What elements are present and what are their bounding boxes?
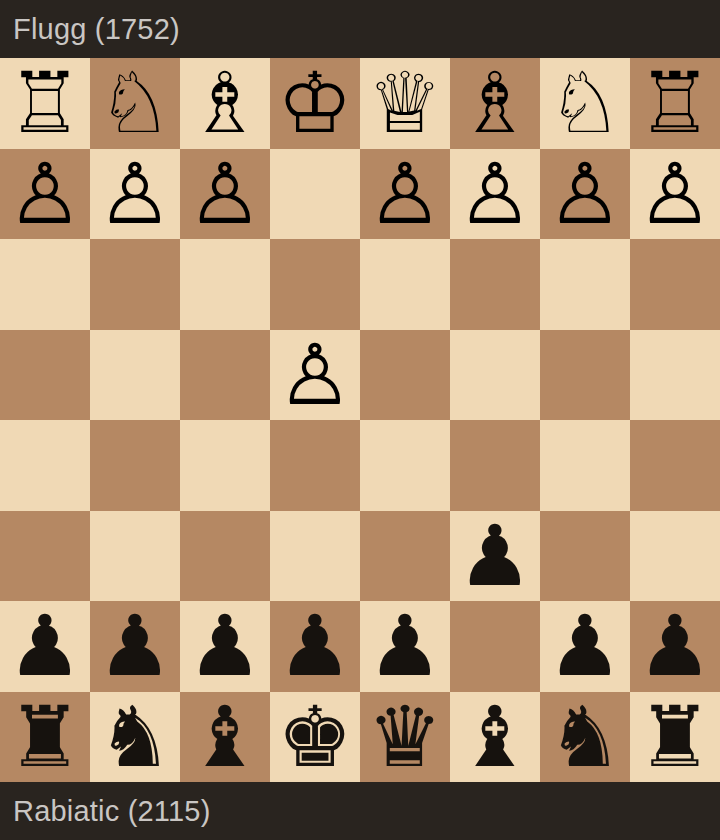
square-g2[interactable]: ♙︎ — [90, 149, 180, 240]
square-d2[interactable]: ♙︎ — [360, 149, 450, 240]
white-queen[interactable]: ♕︎ — [360, 58, 450, 149]
black-bishop[interactable]: ♝︎ — [450, 692, 540, 783]
square-h2[interactable]: ♙︎ — [0, 149, 90, 240]
white-knight[interactable]: ♘︎ — [90, 58, 180, 149]
square-d5[interactable] — [360, 420, 450, 511]
square-g1[interactable]: ♘︎ — [90, 58, 180, 149]
black-pawn[interactable]: ♟︎ — [630, 601, 720, 692]
square-g4[interactable] — [90, 330, 180, 421]
square-d7[interactable]: ♟︎ — [360, 601, 450, 692]
square-a8[interactable]: ♜︎ — [630, 692, 720, 783]
square-f7[interactable]: ♟︎ — [180, 601, 270, 692]
black-rook[interactable]: ♜︎ — [630, 692, 720, 783]
white-pawn[interactable]: ♙︎ — [540, 149, 630, 240]
white-bishop[interactable]: ♗︎ — [180, 58, 270, 149]
square-b4[interactable] — [540, 330, 630, 421]
square-h3[interactable] — [0, 239, 90, 330]
square-a1[interactable]: ♖︎ — [630, 58, 720, 149]
square-e1[interactable]: ♔︎ — [270, 58, 360, 149]
square-f8[interactable]: ♝︎ — [180, 692, 270, 783]
white-knight[interactable]: ♘︎ — [540, 58, 630, 149]
white-king[interactable]: ♔︎ — [270, 58, 360, 149]
top-player-bar: Flugg (1752) — [0, 0, 720, 58]
white-pawn[interactable]: ♙︎ — [90, 149, 180, 240]
square-e3[interactable] — [270, 239, 360, 330]
square-h6[interactable] — [0, 511, 90, 602]
square-f5[interactable] — [180, 420, 270, 511]
square-g3[interactable] — [90, 239, 180, 330]
black-pawn[interactable]: ♟︎ — [450, 511, 540, 602]
square-g7[interactable]: ♟︎ — [90, 601, 180, 692]
square-c2[interactable]: ♙︎ — [450, 149, 540, 240]
square-h1[interactable]: ♖︎ — [0, 58, 90, 149]
square-h4[interactable] — [0, 330, 90, 421]
black-bishop[interactable]: ♝︎ — [180, 692, 270, 783]
square-h7[interactable]: ♟︎ — [0, 601, 90, 692]
bottom-player-bar: Rabiatic (2115) — [0, 782, 720, 840]
black-pawn[interactable]: ♟︎ — [0, 601, 90, 692]
black-pawn[interactable]: ♟︎ — [180, 601, 270, 692]
white-rook[interactable]: ♖︎ — [0, 58, 90, 149]
white-pawn[interactable]: ♙︎ — [450, 149, 540, 240]
square-f3[interactable] — [180, 239, 270, 330]
square-f1[interactable]: ♗︎ — [180, 58, 270, 149]
black-pawn[interactable]: ♟︎ — [540, 601, 630, 692]
black-pawn[interactable]: ♟︎ — [270, 601, 360, 692]
square-c4[interactable] — [450, 330, 540, 421]
square-a5[interactable] — [630, 420, 720, 511]
square-a2[interactable]: ♙︎ — [630, 149, 720, 240]
square-a6[interactable] — [630, 511, 720, 602]
white-rook[interactable]: ♖︎ — [630, 58, 720, 149]
square-g6[interactable] — [90, 511, 180, 602]
square-e4[interactable]: ♙︎ — [270, 330, 360, 421]
bottom-player-label: Rabiatic (2115) — [13, 795, 211, 828]
square-a3[interactable] — [630, 239, 720, 330]
black-pawn[interactable]: ♟︎ — [360, 601, 450, 692]
square-f4[interactable] — [180, 330, 270, 421]
black-knight[interactable]: ♞︎ — [540, 692, 630, 783]
black-knight[interactable]: ♞︎ — [90, 692, 180, 783]
black-king[interactable]: ♚︎ — [270, 692, 360, 783]
white-pawn[interactable]: ♙︎ — [180, 149, 270, 240]
white-pawn[interactable]: ♙︎ — [270, 330, 360, 421]
white-pawn[interactable]: ♙︎ — [360, 149, 450, 240]
square-e8[interactable]: ♚︎ — [270, 692, 360, 783]
black-pawn[interactable]: ♟︎ — [90, 601, 180, 692]
square-d1[interactable]: ♕︎ — [360, 58, 450, 149]
square-b2[interactable]: ♙︎ — [540, 149, 630, 240]
square-a4[interactable] — [630, 330, 720, 421]
top-player-label: Flugg (1752) — [13, 13, 180, 46]
square-c5[interactable] — [450, 420, 540, 511]
white-bishop[interactable]: ♗︎ — [450, 58, 540, 149]
square-b6[interactable] — [540, 511, 630, 602]
square-f6[interactable] — [180, 511, 270, 602]
square-e7[interactable]: ♟︎ — [270, 601, 360, 692]
square-d6[interactable] — [360, 511, 450, 602]
square-c1[interactable]: ♗︎ — [450, 58, 540, 149]
square-e2[interactable] — [270, 149, 360, 240]
square-a7[interactable]: ♟︎ — [630, 601, 720, 692]
square-b8[interactable]: ♞︎ — [540, 692, 630, 783]
white-pawn[interactable]: ♙︎ — [630, 149, 720, 240]
square-b1[interactable]: ♘︎ — [540, 58, 630, 149]
square-b3[interactable] — [540, 239, 630, 330]
square-b5[interactable] — [540, 420, 630, 511]
square-d4[interactable] — [360, 330, 450, 421]
square-e5[interactable] — [270, 420, 360, 511]
square-c8[interactable]: ♝︎ — [450, 692, 540, 783]
white-pawn[interactable]: ♙︎ — [0, 149, 90, 240]
square-d3[interactable] — [360, 239, 450, 330]
square-g5[interactable] — [90, 420, 180, 511]
black-queen[interactable]: ♛︎ — [360, 692, 450, 783]
square-e6[interactable] — [270, 511, 360, 602]
square-g8[interactable]: ♞︎ — [90, 692, 180, 783]
square-d8[interactable]: ♛︎ — [360, 692, 450, 783]
square-h5[interactable] — [0, 420, 90, 511]
square-c7[interactable] — [450, 601, 540, 692]
square-c3[interactable] — [450, 239, 540, 330]
black-rook[interactable]: ♜︎ — [0, 692, 90, 783]
square-c6[interactable]: ♟︎ — [450, 511, 540, 602]
square-h8[interactable]: ♜︎ — [0, 692, 90, 783]
square-b7[interactable]: ♟︎ — [540, 601, 630, 692]
square-f2[interactable]: ♙︎ — [180, 149, 270, 240]
chess-board: ♖︎♘︎♗︎♔︎♕︎♗︎♘︎♖︎♙︎♙︎♙︎♙︎♙︎♙︎♙︎♙︎♟︎♟︎♟︎♟︎… — [0, 58, 720, 782]
